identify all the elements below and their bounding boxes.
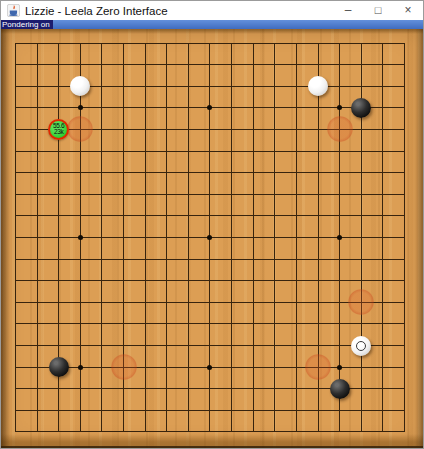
black-stone [330, 379, 350, 399]
candidate-move-overlay[interactable] [348, 289, 374, 315]
star-point [78, 235, 83, 240]
star-point [207, 365, 212, 370]
star-point [337, 105, 342, 110]
candidate-move-overlay[interactable] [111, 354, 137, 380]
window-title: Lizzie - Leela Zero Interface [25, 5, 333, 17]
java-app-icon [7, 4, 20, 17]
grid-line [382, 43, 383, 432]
black-stone [351, 98, 371, 118]
best-move-badge[interactable]: 55.623k [48, 119, 69, 140]
candidate-move-overlay[interactable] [327, 116, 353, 142]
maximize-button[interactable]: □ [363, 1, 393, 20]
minimize-button[interactable]: – [333, 1, 363, 20]
last-move-marker [356, 341, 366, 351]
best-move-visits: 23k [54, 129, 64, 136]
grid-line [16, 259, 405, 260]
star-point [207, 235, 212, 240]
lizzie-window: Lizzie - Leela Zero Interface – □ × Pond… [0, 0, 424, 449]
grid-line [16, 323, 405, 324]
candidate-move-overlay[interactable] [305, 354, 331, 380]
grid-line [16, 280, 405, 281]
star-point [78, 365, 83, 370]
white-stone [351, 336, 371, 356]
close-button[interactable]: × [393, 1, 423, 20]
go-board[interactable]: 55.623k [1, 29, 423, 448]
star-point [78, 105, 83, 110]
candidate-move-overlay[interactable] [67, 116, 93, 142]
white-stone [308, 76, 328, 96]
grid-line [16, 302, 405, 303]
title-bar[interactable]: Lizzie - Leela Zero Interface – □ × [1, 1, 423, 20]
pondering-status-label: Pondering on [1, 20, 53, 29]
grid-line [16, 431, 405, 432]
grid-line [231, 43, 232, 432]
grid-line [16, 410, 405, 411]
black-stone [49, 357, 69, 377]
grid-line [253, 43, 254, 432]
status-bar: Pondering on [1, 20, 423, 29]
grid-line [296, 43, 297, 432]
star-point [337, 365, 342, 370]
grid-line [404, 43, 405, 432]
star-point [337, 235, 342, 240]
white-stone [70, 76, 90, 96]
grid-line [16, 345, 405, 346]
star-point [207, 105, 212, 110]
grid-line [274, 43, 275, 432]
